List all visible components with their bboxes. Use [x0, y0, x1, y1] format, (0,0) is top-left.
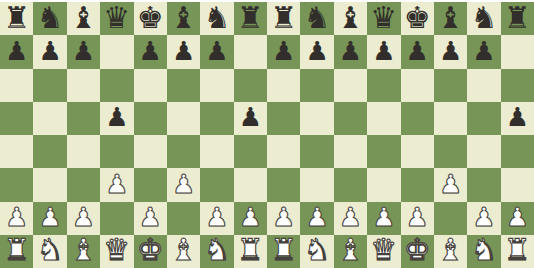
- square-f3[interactable]: ♟: [167, 168, 200, 201]
- black-bishop[interactable]: ♝: [70, 3, 97, 33]
- white-pawn[interactable]: ♟: [239, 204, 262, 230]
- square-g4[interactable]: [467, 135, 500, 168]
- square-h3[interactable]: [501, 168, 534, 201]
- square-g6[interactable]: [467, 69, 500, 102]
- square-g8[interactable]: ♞: [200, 2, 233, 35]
- square-h7[interactable]: [234, 35, 267, 68]
- square-c1[interactable]: ♝: [67, 235, 100, 268]
- black-rook[interactable]: ♜: [504, 3, 531, 33]
- square-e8[interactable]: ♚: [401, 2, 434, 35]
- square-g5[interactable]: [467, 102, 500, 135]
- white-knight[interactable]: ♞: [203, 235, 230, 265]
- white-knight[interactable]: ♞: [304, 235, 331, 265]
- square-d4[interactable]: [100, 135, 133, 168]
- white-king[interactable]: ♚: [137, 235, 164, 265]
- square-a1[interactable]: ♜: [267, 235, 300, 268]
- square-a1[interactable]: ♜: [0, 235, 33, 268]
- black-pawn[interactable]: ♟: [72, 38, 95, 64]
- square-c4[interactable]: [334, 135, 367, 168]
- square-d3[interactable]: ♟: [100, 168, 133, 201]
- square-h3[interactable]: [234, 168, 267, 201]
- square-g1[interactable]: ♞: [467, 235, 500, 268]
- white-bishop[interactable]: ♝: [70, 235, 97, 265]
- square-c2[interactable]: ♟: [67, 202, 100, 235]
- black-rook[interactable]: ♜: [270, 3, 297, 33]
- square-b4[interactable]: [33, 135, 66, 168]
- black-pawn[interactable]: ♟: [139, 38, 162, 64]
- square-b5[interactable]: [300, 102, 333, 135]
- square-c8[interactable]: ♝: [334, 2, 367, 35]
- white-pawn[interactable]: ♟: [72, 204, 95, 230]
- square-b1[interactable]: ♞: [300, 235, 333, 268]
- square-g2[interactable]: ♟: [467, 202, 500, 235]
- square-h8[interactable]: ♜: [234, 2, 267, 35]
- square-c3[interactable]: [334, 168, 367, 201]
- square-d6[interactable]: [367, 69, 400, 102]
- square-f5[interactable]: [167, 102, 200, 135]
- white-rook[interactable]: ♜: [270, 235, 297, 265]
- white-pawn[interactable]: ♟: [506, 204, 529, 230]
- square-g3[interactable]: [467, 168, 500, 201]
- square-d4[interactable]: [367, 135, 400, 168]
- square-h1[interactable]: ♜: [501, 235, 534, 268]
- square-d6[interactable]: [100, 69, 133, 102]
- square-g6[interactable]: [200, 69, 233, 102]
- square-h6[interactable]: [234, 69, 267, 102]
- square-f7[interactable]: ♟: [167, 35, 200, 68]
- page: { "game": "chess", "boards": [ { "id": "…: [0, 0, 534, 268]
- white-pawn[interactable]: ♟: [5, 204, 28, 230]
- square-d2[interactable]: [100, 202, 133, 235]
- white-pawn[interactable]: ♟: [38, 204, 61, 230]
- black-pawn[interactable]: ♟: [105, 104, 128, 130]
- square-c6[interactable]: [67, 69, 100, 102]
- square-f3[interactable]: ♟: [434, 168, 467, 201]
- chess-board-right: ♜♞♝♛♚♝♞♜♟♟♟♟♟♟♟♟♟♟♟♟♟♟♟♟♜♞♝♛♚♝♞♜: [267, 2, 534, 268]
- black-pawn[interactable]: ♟: [406, 38, 429, 64]
- black-rook[interactable]: ♜: [237, 3, 264, 33]
- square-h2[interactable]: ♟: [234, 202, 267, 235]
- square-c1[interactable]: ♝: [334, 235, 367, 268]
- black-pawn[interactable]: ♟: [506, 104, 529, 130]
- square-g4[interactable]: [200, 135, 233, 168]
- square-h5[interactable]: ♟: [234, 102, 267, 135]
- square-c8[interactable]: ♝: [67, 2, 100, 35]
- square-f6[interactable]: [167, 69, 200, 102]
- square-f2[interactable]: [167, 202, 200, 235]
- square-e6[interactable]: [134, 69, 167, 102]
- white-pawn[interactable]: ♟: [272, 204, 295, 230]
- square-d5[interactable]: ♟: [100, 102, 133, 135]
- black-pawn[interactable]: ♟: [172, 38, 195, 64]
- black-pawn[interactable]: ♟: [5, 38, 28, 64]
- white-pawn[interactable]: ♟: [105, 171, 128, 197]
- square-g3[interactable]: [200, 168, 233, 201]
- black-queen[interactable]: ♛: [370, 3, 397, 33]
- square-b2[interactable]: ♟: [300, 202, 333, 235]
- square-a6[interactable]: [267, 69, 300, 102]
- square-f2[interactable]: [434, 202, 467, 235]
- square-c4[interactable]: [67, 135, 100, 168]
- square-d2[interactable]: ♟: [367, 202, 400, 235]
- square-e1[interactable]: ♚: [134, 235, 167, 268]
- square-a4[interactable]: [0, 135, 33, 168]
- white-bishop[interactable]: ♝: [437, 235, 464, 265]
- square-f1[interactable]: ♝: [434, 235, 467, 268]
- square-b4[interactable]: [300, 135, 333, 168]
- square-a3[interactable]: [267, 168, 300, 201]
- square-g5[interactable]: [200, 102, 233, 135]
- white-pawn[interactable]: ♟: [406, 204, 429, 230]
- square-a5[interactable]: [267, 102, 300, 135]
- square-g1[interactable]: ♞: [200, 235, 233, 268]
- square-c7[interactable]: ♟: [67, 35, 100, 68]
- black-pawn[interactable]: ♟: [305, 38, 328, 64]
- white-pawn[interactable]: ♟: [472, 204, 495, 230]
- white-queen[interactable]: ♛: [103, 235, 130, 265]
- black-pawn[interactable]: ♟: [439, 38, 462, 64]
- black-pawn[interactable]: ♟: [239, 104, 262, 130]
- square-c2[interactable]: ♟: [334, 202, 367, 235]
- white-pawn[interactable]: ♟: [172, 171, 195, 197]
- square-e4[interactable]: [134, 135, 167, 168]
- square-e3[interactable]: [134, 168, 167, 201]
- square-b6[interactable]: [33, 69, 66, 102]
- black-pawn[interactable]: ♟: [205, 38, 228, 64]
- white-rook[interactable]: ♜: [3, 235, 30, 265]
- square-b8[interactable]: ♞: [33, 2, 66, 35]
- square-a6[interactable]: [0, 69, 33, 102]
- chess-board-left: ♜♞♝♛♚♝♞♜♟♟♟♟♟♟♟♟♟♟♟♟♟♟♟♟♜♞♝♛♚♝♞♜: [0, 2, 267, 268]
- black-king[interactable]: ♚: [137, 3, 164, 33]
- square-h6[interactable]: [501, 69, 534, 102]
- square-b5[interactable]: [33, 102, 66, 135]
- square-h5[interactable]: ♟: [501, 102, 534, 135]
- square-d5[interactable]: [367, 102, 400, 135]
- square-e7[interactable]: ♟: [134, 35, 167, 68]
- square-e1[interactable]: ♚: [401, 235, 434, 268]
- square-c6[interactable]: [334, 69, 367, 102]
- black-king[interactable]: ♚: [404, 3, 431, 33]
- black-pawn[interactable]: ♟: [372, 38, 395, 64]
- square-g7[interactable]: ♟: [467, 35, 500, 68]
- black-bishop[interactable]: ♝: [437, 3, 464, 33]
- square-e4[interactable]: [401, 135, 434, 168]
- black-rook[interactable]: ♜: [3, 3, 30, 33]
- square-f4[interactable]: [434, 135, 467, 168]
- square-c7[interactable]: ♟: [334, 35, 367, 68]
- square-f8[interactable]: ♝: [434, 2, 467, 35]
- square-b1[interactable]: ♞: [33, 235, 66, 268]
- white-pawn[interactable]: ♟: [205, 204, 228, 230]
- square-h4[interactable]: [234, 135, 267, 168]
- white-pawn[interactable]: ♟: [439, 171, 462, 197]
- black-knight[interactable]: ♞: [304, 3, 331, 33]
- square-e5[interactable]: [401, 102, 434, 135]
- square-f6[interactable]: [434, 69, 467, 102]
- square-f1[interactable]: ♝: [167, 235, 200, 268]
- black-pawn[interactable]: ♟: [472, 38, 495, 64]
- square-d7[interactable]: ♟: [367, 35, 400, 68]
- black-bishop[interactable]: ♝: [337, 3, 364, 33]
- white-king[interactable]: ♚: [404, 235, 431, 265]
- black-pawn[interactable]: ♟: [339, 38, 362, 64]
- square-a3[interactable]: [0, 168, 33, 201]
- square-e7[interactable]: ♟: [401, 35, 434, 68]
- square-d1[interactable]: ♛: [100, 235, 133, 268]
- square-f8[interactable]: ♝: [167, 2, 200, 35]
- square-a8[interactable]: ♜: [0, 2, 33, 35]
- square-h1[interactable]: ♜: [234, 235, 267, 268]
- square-b2[interactable]: ♟: [33, 202, 66, 235]
- white-pawn[interactable]: ♟: [372, 204, 395, 230]
- black-knight[interactable]: ♞: [37, 3, 64, 33]
- white-queen[interactable]: ♛: [370, 235, 397, 265]
- white-knight[interactable]: ♞: [470, 235, 497, 265]
- square-e6[interactable]: [401, 69, 434, 102]
- black-bishop[interactable]: ♝: [170, 3, 197, 33]
- white-pawn[interactable]: ♟: [305, 204, 328, 230]
- white-pawn[interactable]: ♟: [339, 204, 362, 230]
- square-b7[interactable]: ♟: [33, 35, 66, 68]
- square-g2[interactable]: ♟: [200, 202, 233, 235]
- square-e3[interactable]: [401, 168, 434, 201]
- square-b8[interactable]: ♞: [300, 2, 333, 35]
- white-bishop[interactable]: ♝: [170, 235, 197, 265]
- square-a7[interactable]: ♟: [267, 35, 300, 68]
- square-e2[interactable]: ♟: [401, 202, 434, 235]
- square-a4[interactable]: [267, 135, 300, 168]
- square-g7[interactable]: ♟: [200, 35, 233, 68]
- white-bishop[interactable]: ♝: [337, 235, 364, 265]
- square-e5[interactable]: [134, 102, 167, 135]
- square-c3[interactable]: [67, 168, 100, 201]
- square-f4[interactable]: [167, 135, 200, 168]
- square-a5[interactable]: [0, 102, 33, 135]
- square-b6[interactable]: [300, 69, 333, 102]
- square-h7[interactable]: [501, 35, 534, 68]
- square-c5[interactable]: [334, 102, 367, 135]
- square-e8[interactable]: ♚: [134, 2, 167, 35]
- square-f7[interactable]: ♟: [434, 35, 467, 68]
- square-a2[interactable]: ♟: [267, 202, 300, 235]
- square-c5[interactable]: [67, 102, 100, 135]
- square-a2[interactable]: ♟: [0, 202, 33, 235]
- black-queen[interactable]: ♛: [103, 3, 130, 33]
- black-knight[interactable]: ♞: [470, 3, 497, 33]
- square-a8[interactable]: ♜: [267, 2, 300, 35]
- square-d8[interactable]: ♛: [100, 2, 133, 35]
- square-b3[interactable]: [33, 168, 66, 201]
- white-knight[interactable]: ♞: [37, 235, 64, 265]
- square-h2[interactable]: ♟: [501, 202, 534, 235]
- square-a7[interactable]: ♟: [0, 35, 33, 68]
- square-e2[interactable]: ♟: [134, 202, 167, 235]
- square-b3[interactable]: [300, 168, 333, 201]
- white-pawn[interactable]: ♟: [139, 204, 162, 230]
- square-d3[interactable]: [367, 168, 400, 201]
- black-knight[interactable]: ♞: [203, 3, 230, 33]
- square-h4[interactable]: [501, 135, 534, 168]
- square-d1[interactable]: ♛: [367, 235, 400, 268]
- boards-container: ♜♞♝♛♚♝♞♜♟♟♟♟♟♟♟♟♟♟♟♟♟♟♟♟♜♞♝♛♚♝♞♜ ♜♞♝♛♚♝♞…: [0, 2, 534, 268]
- black-pawn[interactable]: ♟: [272, 38, 295, 64]
- square-h8[interactable]: ♜: [501, 2, 534, 35]
- square-f5[interactable]: [434, 102, 467, 135]
- white-rook[interactable]: ♜: [237, 235, 264, 265]
- black-pawn[interactable]: ♟: [38, 38, 61, 64]
- square-d7[interactable]: [100, 35, 133, 68]
- square-b7[interactable]: ♟: [300, 35, 333, 68]
- square-d8[interactable]: ♛: [367, 2, 400, 35]
- square-g8[interactable]: ♞: [467, 2, 500, 35]
- white-rook[interactable]: ♜: [504, 235, 531, 265]
